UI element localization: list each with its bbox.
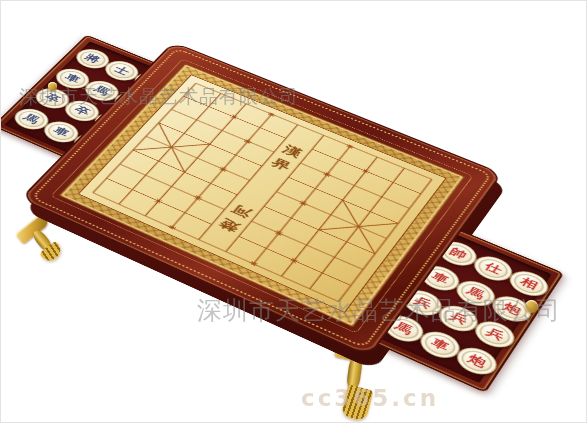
drawer-knob-left [48,82,57,91]
river-char-he: 河 [227,202,254,221]
xiangqi-grid: 漢 界 楚 河 [90,82,434,304]
product-photo-scene: 將 士 象 車 馬 炮 卒 卒 卒 馬 車 炮 帥 仕 [0,0,587,423]
river-char-jie: 界 [268,155,295,173]
river-inscription: 漢 界 楚 河 [215,142,307,236]
xiangqi-table: 將 士 象 車 馬 炮 卒 卒 卒 馬 車 炮 帥 仕 [22,43,500,355]
river-char-han: 漢 [281,142,306,159]
leg-foot [341,384,374,421]
grid-lines [93,83,432,301]
river-char-chu: 楚 [216,217,244,236]
drawer-knob-right [525,300,538,313]
